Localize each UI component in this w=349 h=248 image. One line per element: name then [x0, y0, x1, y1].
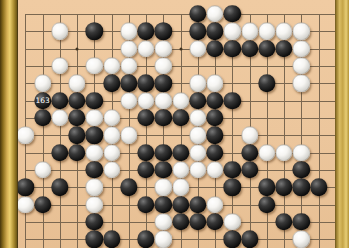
black-stone	[224, 5, 241, 22]
black-stone	[258, 196, 275, 213]
white-stone	[34, 161, 51, 178]
black-stone	[103, 75, 120, 92]
move-number-label: 163	[35, 97, 49, 105]
black-stone	[189, 92, 206, 109]
black-stone	[68, 109, 85, 126]
black-stone	[189, 23, 206, 40]
black-stone	[155, 23, 172, 40]
white-stone	[103, 161, 120, 178]
white-stone	[17, 196, 34, 213]
white-stone	[189, 144, 206, 161]
white-stone	[293, 40, 310, 57]
black-stone	[155, 109, 172, 126]
white-stone	[34, 75, 51, 92]
white-stone	[172, 179, 189, 196]
white-stone	[120, 40, 137, 57]
white-stone	[275, 23, 292, 40]
black-stone	[189, 213, 206, 230]
black-stone	[206, 144, 223, 161]
white-stone	[120, 23, 137, 40]
white-stone	[206, 161, 223, 178]
white-stone	[224, 213, 241, 230]
black-stone	[172, 109, 189, 126]
white-stone	[189, 109, 206, 126]
black-stone	[275, 179, 292, 196]
white-stone	[86, 144, 103, 161]
black-stone	[86, 23, 103, 40]
black-stone	[258, 40, 275, 57]
black-stone	[120, 179, 137, 196]
black-stone	[224, 161, 241, 178]
black-stone	[189, 5, 206, 22]
black-stone	[241, 144, 258, 161]
white-stone	[206, 75, 223, 92]
black-stone	[137, 109, 154, 126]
black-stone	[241, 231, 258, 248]
white-stone	[224, 23, 241, 40]
white-stone	[51, 23, 68, 40]
white-stone	[189, 40, 206, 57]
black-stone	[206, 213, 223, 230]
black-stone	[68, 144, 85, 161]
star-point	[76, 47, 79, 50]
black-stone	[293, 161, 310, 178]
black-stone: 163	[34, 92, 51, 109]
black-stone	[17, 179, 34, 196]
black-stone	[172, 196, 189, 213]
white-stone	[120, 92, 137, 109]
black-stone	[293, 213, 310, 230]
black-stone	[137, 75, 154, 92]
grid-horizontal-line	[25, 66, 336, 67]
black-stone	[224, 40, 241, 57]
white-stone	[258, 23, 275, 40]
white-stone	[293, 231, 310, 248]
white-stone	[155, 40, 172, 57]
black-stone	[258, 75, 275, 92]
white-stone	[86, 57, 103, 74]
black-stone	[86, 92, 103, 109]
black-stone	[206, 109, 223, 126]
black-stone	[155, 144, 172, 161]
white-stone	[103, 109, 120, 126]
black-stone	[172, 144, 189, 161]
black-stone	[241, 40, 258, 57]
grid-horizontal-line	[25, 14, 336, 15]
white-stone	[51, 109, 68, 126]
white-stone	[120, 127, 137, 144]
black-stone	[258, 179, 275, 196]
black-stone	[224, 179, 241, 196]
black-stone	[293, 179, 310, 196]
white-stone	[137, 40, 154, 57]
white-stone	[155, 92, 172, 109]
black-stone	[86, 231, 103, 248]
white-stone	[17, 127, 34, 144]
black-stone	[34, 196, 51, 213]
white-stone	[172, 92, 189, 109]
white-stone	[155, 213, 172, 230]
black-stone	[206, 23, 223, 40]
white-stone	[241, 23, 258, 40]
go-game-screenshot: 163	[0, 0, 349, 248]
white-stone	[68, 75, 85, 92]
black-stone	[137, 161, 154, 178]
white-stone	[137, 92, 154, 109]
black-stone	[155, 75, 172, 92]
black-stone	[224, 92, 241, 109]
black-stone	[137, 144, 154, 161]
black-stone	[68, 127, 85, 144]
black-stone	[51, 179, 68, 196]
white-stone	[206, 196, 223, 213]
black-stone	[172, 213, 189, 230]
black-stone	[224, 231, 241, 248]
black-stone	[68, 92, 85, 109]
black-stone	[86, 161, 103, 178]
black-stone	[137, 23, 154, 40]
white-stone	[293, 23, 310, 40]
star-point	[179, 47, 182, 50]
black-stone	[206, 92, 223, 109]
black-stone	[34, 109, 51, 126]
grid-horizontal-line	[25, 239, 336, 240]
black-stone	[189, 196, 206, 213]
black-stone	[137, 196, 154, 213]
white-stone	[206, 5, 223, 22]
white-stone	[155, 179, 172, 196]
black-stone	[206, 127, 223, 144]
white-stone	[103, 144, 120, 161]
white-stone	[293, 144, 310, 161]
white-stone	[86, 179, 103, 196]
white-stone	[293, 57, 310, 74]
white-stone	[103, 57, 120, 74]
white-stone	[189, 161, 206, 178]
white-stone	[103, 127, 120, 144]
white-stone	[86, 196, 103, 213]
white-stone	[189, 75, 206, 92]
white-stone	[293, 75, 310, 92]
black-stone	[275, 213, 292, 230]
white-stone	[86, 109, 103, 126]
white-stone	[155, 231, 172, 248]
black-stone	[206, 40, 223, 57]
black-stone	[155, 161, 172, 178]
white-stone	[258, 144, 275, 161]
board-left-gold-edge	[0, 0, 18, 248]
black-stone	[103, 231, 120, 248]
black-stone	[241, 161, 258, 178]
black-stone	[275, 40, 292, 57]
black-stone	[310, 179, 327, 196]
black-stone	[86, 127, 103, 144]
white-stone	[172, 161, 189, 178]
white-stone	[120, 57, 137, 74]
white-stone	[275, 144, 292, 161]
board-right-gold-edge	[335, 0, 349, 248]
black-stone	[155, 196, 172, 213]
black-stone	[51, 92, 68, 109]
black-stone	[51, 144, 68, 161]
white-stone	[241, 127, 258, 144]
white-stone	[155, 57, 172, 74]
black-stone	[137, 231, 154, 248]
white-stone	[51, 57, 68, 74]
white-stone	[189, 127, 206, 144]
black-stone	[86, 213, 103, 230]
black-stone	[120, 75, 137, 92]
